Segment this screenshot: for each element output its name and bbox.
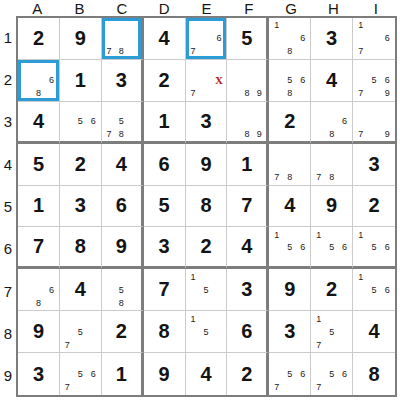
candidate-1 <box>103 103 115 115</box>
candidate-3 <box>296 61 309 74</box>
cell-G7[interactable]: 9 <box>269 269 311 311</box>
cell-G4[interactable]: 78 <box>269 144 311 186</box>
red-x-mark: X <box>212 74 225 87</box>
candidate-grid: 156 <box>354 270 394 309</box>
candidate-7 <box>354 253 367 265</box>
candidate-7: 7 <box>187 87 200 100</box>
cell-value: 4 <box>353 311 395 352</box>
cell-A3[interactable]: 4 <box>18 102 60 144</box>
candidate-8 <box>74 338 87 351</box>
cell-value: 1 <box>144 102 185 141</box>
candidate-6 <box>212 325 225 338</box>
cell-value: 4 <box>269 186 310 227</box>
candidate-grid: 156 <box>354 228 394 265</box>
candidate-7 <box>19 87 32 100</box>
candidate-5 <box>283 158 296 171</box>
candidate-2 <box>283 228 296 240</box>
candidate-grid: 156 <box>270 228 309 265</box>
col-label-G: G <box>270 0 312 17</box>
candidate-6 <box>338 325 351 338</box>
candidate-8: 8 <box>283 45 296 58</box>
candidate-1 <box>312 103 325 115</box>
cell-C4[interactable]: 4 <box>102 144 144 186</box>
cell-D8[interactable]: 8 <box>144 311 186 353</box>
cell-B6[interactable]: 8 <box>60 227 102 269</box>
candidate-3 <box>296 19 309 32</box>
candidate-7: 7 <box>61 381 74 394</box>
cell-A2[interactable]: 68 <box>18 60 60 102</box>
candidate-8 <box>200 338 213 351</box>
candidate-1 <box>187 61 200 74</box>
candidate-4 <box>61 367 74 380</box>
candidate-4 <box>61 325 74 338</box>
candidate-3 <box>381 61 394 74</box>
cell-D6[interactable]: 3 <box>144 227 186 269</box>
candidate-5: 5 <box>367 74 380 87</box>
cell-value: 9 <box>144 353 185 395</box>
cell-A7[interactable]: 68 <box>18 269 60 311</box>
candidate-7 <box>228 127 240 139</box>
cell-F9[interactable]: 2 <box>227 353 269 395</box>
candidate-3 <box>338 103 351 115</box>
candidate-3 <box>127 103 139 115</box>
cell-H2[interactable]: 4 <box>311 60 353 102</box>
candidate-2 <box>74 103 87 115</box>
candidate-5: 5 <box>74 115 87 127</box>
candidate-6 <box>127 283 139 296</box>
candidate-9 <box>212 45 225 58</box>
cell-value: 6 <box>227 311 266 352</box>
cell-value: 3 <box>102 60 141 101</box>
cell-F1[interactable]: 5 <box>227 18 269 60</box>
cell-C5[interactable]: 6 <box>102 186 144 228</box>
candidate-5: 5 <box>283 74 296 87</box>
candidate-2 <box>32 61 45 74</box>
candidate-9 <box>87 127 100 139</box>
candidate-3 <box>127 19 139 32</box>
candidate-9: 9 <box>381 127 394 139</box>
candidate-6: 6 <box>381 74 394 87</box>
cell-D1[interactable]: 4 <box>144 18 186 60</box>
candidate-3 <box>212 61 225 74</box>
candidate-1 <box>61 103 74 115</box>
cell-H9[interactable]: 567 <box>311 353 353 395</box>
candidate-6: 6 <box>381 32 394 45</box>
candidate-grid: 168 <box>270 19 309 58</box>
candidate-2 <box>283 61 296 74</box>
cell-G5[interactable]: 4 <box>269 186 311 228</box>
candidate-7: 7 <box>103 45 115 58</box>
cell-B9[interactable]: 567 <box>60 353 102 395</box>
candidate-4 <box>270 32 283 45</box>
col-label-H: H <box>312 0 354 17</box>
candidate-7 <box>312 253 325 265</box>
row-label-3: 3 <box>0 101 16 143</box>
candidate-5 <box>32 283 45 296</box>
row-label-7: 7 <box>0 270 16 312</box>
candidate-9 <box>87 338 100 351</box>
candidate-2 <box>367 103 380 115</box>
candidate-1 <box>270 61 283 74</box>
cell-value: 2 <box>60 144 101 185</box>
candidate-grid: 567 <box>312 354 351 394</box>
candidate-8: 8 <box>115 296 127 309</box>
cell-A1[interactable]: 2 <box>18 18 60 60</box>
candidate-7: 7 <box>354 87 367 100</box>
cell-D2[interactable]: 2 <box>144 60 186 102</box>
candidate-3 <box>212 312 225 325</box>
candidate-3 <box>338 312 351 325</box>
cell-H6[interactable]: 156 <box>311 227 353 269</box>
candidate-5: 5 <box>283 367 296 380</box>
candidate-9 <box>296 45 309 58</box>
col-label-A: A <box>16 0 58 17</box>
cell-value: 1 <box>227 144 266 185</box>
cell-value: 2 <box>227 353 266 395</box>
cell-value: 9 <box>60 18 101 59</box>
candidate-4 <box>19 74 32 87</box>
candidate-2 <box>200 19 213 32</box>
candidate-2 <box>74 312 87 325</box>
cell-value: 3 <box>353 144 395 185</box>
candidate-2 <box>325 228 338 240</box>
cell-C6[interactable]: 9 <box>102 227 144 269</box>
cell-G2[interactable]: 568 <box>269 60 311 102</box>
cell-value: 4 <box>311 60 352 101</box>
cell-B1[interactable]: 9 <box>60 18 102 60</box>
row-label-1: 1 <box>0 16 16 58</box>
cell-A9[interactable]: 3 <box>18 353 60 395</box>
candidate-8 <box>283 253 296 265</box>
candidate-6 <box>381 115 394 127</box>
cell-E9[interactable]: 4 <box>186 353 228 395</box>
cell-H4[interactable]: 78 <box>311 144 353 186</box>
candidate-4 <box>270 158 283 171</box>
candidate-5: 5 <box>325 367 338 380</box>
candidate-1 <box>312 145 325 158</box>
cell-I2[interactable]: 5679 <box>353 60 395 102</box>
candidate-grid: 567 <box>61 354 100 394</box>
cell-D4[interactable]: 6 <box>144 144 186 186</box>
candidate-4 <box>270 74 283 87</box>
candidate-3 <box>296 145 309 158</box>
cell-F4[interactable]: 1 <box>227 144 269 186</box>
cell-value: 2 <box>186 227 227 266</box>
cell-H1[interactable]: 3 <box>311 18 353 60</box>
candidate-4 <box>354 115 367 127</box>
cell-I4[interactable]: 3 <box>353 144 395 186</box>
cell-C3[interactable]: 578 <box>102 102 144 144</box>
cell-B8[interactable]: 57 <box>60 311 102 353</box>
cell-C2[interactable]: 3 <box>102 60 144 102</box>
candidate-grid: 68 <box>19 270 58 309</box>
cell-D7[interactable]: 7 <box>144 269 186 311</box>
candidate-3 <box>87 312 100 325</box>
candidate-8: 8 <box>32 87 45 100</box>
candidate-7 <box>61 127 74 139</box>
candidate-3 <box>212 270 225 283</box>
candidate-3 <box>381 270 394 283</box>
candidate-4 <box>354 32 367 45</box>
candidate-2 <box>200 270 213 283</box>
candidate-8 <box>200 87 213 100</box>
cell-E8[interactable]: 15 <box>186 311 228 353</box>
candidate-3 <box>45 270 58 283</box>
candidate-4 <box>270 367 283 380</box>
cell-E7[interactable]: 15 <box>186 269 228 311</box>
cell-D9[interactable]: 9 <box>144 353 186 395</box>
candidate-6: 6 <box>338 367 351 380</box>
candidate-2 <box>32 270 45 283</box>
candidate-4 <box>312 367 325 380</box>
candidate-6 <box>253 115 265 127</box>
candidate-6: 6 <box>296 74 309 87</box>
candidate-1: 1 <box>354 270 367 283</box>
candidate-3 <box>296 228 309 240</box>
candidate-7 <box>187 338 200 351</box>
cell-value: 8 <box>60 227 101 266</box>
cell-B5[interactable]: 3 <box>60 186 102 228</box>
candidate-2 <box>325 354 338 367</box>
candidate-5: 5 <box>325 241 338 253</box>
candidate-5: 5 <box>325 325 338 338</box>
row-label-2: 2 <box>0 58 16 100</box>
cell-F5[interactable]: 7 <box>227 186 269 228</box>
cell-A8[interactable]: 9 <box>18 311 60 353</box>
candidate-9 <box>296 381 309 394</box>
cell-value: 8 <box>186 186 227 227</box>
candidate-8: 8 <box>241 127 253 139</box>
cell-F8[interactable]: 6 <box>227 311 269 353</box>
cell-H7[interactable]: 2 <box>311 269 353 311</box>
candidate-2 <box>241 61 253 74</box>
cell-value: 2 <box>18 18 59 59</box>
cell-B7[interactable]: 4 <box>60 269 102 311</box>
candidate-6: 6 <box>212 32 225 45</box>
candidate-2 <box>200 61 213 74</box>
candidate-6 <box>212 283 225 296</box>
candidate-8 <box>325 338 338 351</box>
candidate-8: 8 <box>325 171 338 184</box>
candidate-2 <box>367 61 380 74</box>
candidate-7: 7 <box>103 127 115 139</box>
candidate-8 <box>367 127 380 139</box>
candidate-grid: 56 <box>61 103 100 140</box>
cell-C7[interactable]: 58 <box>102 269 144 311</box>
candidate-5 <box>367 115 380 127</box>
candidate-8 <box>200 296 213 309</box>
cell-G8[interactable]: 3 <box>269 311 311 353</box>
candidate-3 <box>338 228 351 240</box>
cell-value: 2 <box>269 102 310 141</box>
cell-I1[interactable]: 167 <box>353 18 395 60</box>
candidate-4 <box>187 32 200 45</box>
candidate-7 <box>270 253 283 265</box>
candidate-1 <box>354 61 367 74</box>
candidate-grid: 578 <box>103 103 140 140</box>
cell-value: 8 <box>144 311 185 352</box>
candidate-grid: 67 <box>187 19 226 58</box>
candidate-2 <box>115 270 127 283</box>
candidate-4 <box>228 74 240 87</box>
cell-C8[interactable]: 2 <box>102 311 144 353</box>
cell-B4[interactable]: 2 <box>60 144 102 186</box>
candidate-4 <box>103 32 115 45</box>
candidate-7: 7 <box>312 381 325 394</box>
candidate-7 <box>103 296 115 309</box>
candidate-5 <box>241 74 253 87</box>
cell-C9[interactable]: 1 <box>102 353 144 395</box>
cell-I3[interactable]: 79 <box>353 102 395 144</box>
candidate-4 <box>354 74 367 87</box>
cell-E1[interactable]: 67 <box>186 18 228 60</box>
cell-value: 2 <box>144 60 185 101</box>
cell-A4[interactable]: 5 <box>18 144 60 186</box>
candidate-5: 5 <box>74 325 87 338</box>
cell-E2[interactable]: X7 <box>186 60 228 102</box>
candidate-5: 5 <box>367 283 380 296</box>
candidate-1: 1 <box>354 19 367 32</box>
candidate-4 <box>312 115 325 127</box>
cell-I7[interactable]: 156 <box>353 269 395 311</box>
candidate-7 <box>354 296 367 309</box>
candidate-1 <box>61 354 74 367</box>
candidate-3 <box>45 61 58 74</box>
candidate-grid: 568 <box>270 61 309 100</box>
candidate-2 <box>283 354 296 367</box>
cell-value: 3 <box>227 269 266 310</box>
cell-B2[interactable]: 1 <box>60 60 102 102</box>
candidate-4 <box>19 283 32 296</box>
row-label-9: 9 <box>0 355 16 397</box>
cell-G3[interactable]: 2 <box>269 102 311 144</box>
cell-F7[interactable]: 3 <box>227 269 269 311</box>
candidate-grid: 57 <box>61 312 100 351</box>
candidate-7: 7 <box>354 45 367 58</box>
candidate-7: 7 <box>354 127 367 139</box>
cell-value: 1 <box>102 353 141 395</box>
cell-value: 9 <box>269 269 310 310</box>
candidate-grid: 5679 <box>354 61 394 100</box>
candidate-2 <box>325 145 338 158</box>
candidate-8 <box>283 381 296 394</box>
candidate-7 <box>312 127 325 139</box>
cell-B3[interactable]: 56 <box>60 102 102 144</box>
candidate-2 <box>74 354 87 367</box>
cell-value: 7 <box>227 186 266 227</box>
candidate-9 <box>212 338 225 351</box>
candidate-2 <box>367 228 380 240</box>
candidate-6 <box>253 74 265 87</box>
candidate-9 <box>338 338 351 351</box>
cell-value: 3 <box>186 102 227 141</box>
candidate-1 <box>19 270 32 283</box>
cell-H3[interactable]: 68 <box>311 102 353 144</box>
candidate-9 <box>296 171 309 184</box>
candidate-3 <box>253 103 265 115</box>
candidate-9 <box>338 253 351 265</box>
candidate-8 <box>367 253 380 265</box>
cell-F2[interactable]: 89 <box>227 60 269 102</box>
cell-D3[interactable]: 1 <box>144 102 186 144</box>
cell-I5[interactable]: 2 <box>353 186 395 228</box>
candidate-6 <box>296 158 309 171</box>
cell-value: 5 <box>18 144 59 185</box>
candidate-1 <box>61 312 74 325</box>
candidate-6 <box>338 158 351 171</box>
candidate-2 <box>325 312 338 325</box>
candidate-grid: 79 <box>354 103 394 140</box>
candidate-1: 1 <box>312 312 325 325</box>
cell-H8[interactable]: 157 <box>311 311 353 353</box>
candidate-2 <box>325 103 338 115</box>
cell-E3[interactable]: 3 <box>186 102 228 144</box>
candidate-2 <box>115 103 127 115</box>
candidate-4 <box>312 325 325 338</box>
candidate-5: 5 <box>74 367 87 380</box>
candidate-9 <box>45 296 58 309</box>
cell-I6[interactable]: 156 <box>353 227 395 269</box>
candidate-3 <box>127 270 139 283</box>
cell-F6[interactable]: 4 <box>227 227 269 269</box>
cell-E6[interactable]: 2 <box>186 227 228 269</box>
candidate-8 <box>367 87 380 100</box>
cell-I8[interactable]: 4 <box>353 311 395 353</box>
cell-D5[interactable]: 5 <box>144 186 186 228</box>
cell-E5[interactable]: 8 <box>186 186 228 228</box>
candidate-9 <box>127 296 139 309</box>
cell-A5[interactable]: 1 <box>18 186 60 228</box>
candidate-7 <box>19 296 32 309</box>
candidate-5 <box>200 74 213 87</box>
candidate-4 <box>312 158 325 171</box>
candidate-9 <box>296 253 309 265</box>
cell-G9[interactable]: 567 <box>269 353 311 395</box>
candidate-8 <box>367 296 380 309</box>
cell-G1[interactable]: 168 <box>269 18 311 60</box>
column-labels: ABCDEFGHI <box>16 0 397 17</box>
candidate-8: 8 <box>115 127 127 139</box>
cell-C1[interactable]: 78 <box>102 18 144 60</box>
candidate-7: 7 <box>187 45 200 58</box>
candidate-5 <box>115 32 127 45</box>
cell-value: 2 <box>353 186 395 227</box>
candidate-5 <box>325 158 338 171</box>
candidate-1 <box>312 354 325 367</box>
cell-value: 6 <box>102 186 141 227</box>
candidate-8: 8 <box>283 87 296 100</box>
cell-H5[interactable]: 9 <box>311 186 353 228</box>
candidate-9 <box>127 127 139 139</box>
candidate-6: 6 <box>296 32 309 45</box>
candidate-grid: 68 <box>312 103 351 140</box>
candidate-9 <box>338 381 351 394</box>
cell-E4[interactable]: 9 <box>186 144 228 186</box>
cell-F3[interactable]: 89 <box>227 102 269 144</box>
cell-I9[interactable]: 8 <box>353 353 395 395</box>
sudoku-board: 29784675168316768132X7895684567945657813… <box>16 16 397 397</box>
cell-A6[interactable]: 7 <box>18 227 60 269</box>
candidate-5 <box>325 115 338 127</box>
candidate-2 <box>367 270 380 283</box>
candidate-9 <box>212 296 225 309</box>
candidate-7 <box>270 45 283 58</box>
candidate-4 <box>187 283 200 296</box>
cell-value: 3 <box>144 227 185 266</box>
candidate-4 <box>228 115 240 127</box>
cell-G6[interactable]: 156 <box>269 227 311 269</box>
candidate-1 <box>228 103 240 115</box>
